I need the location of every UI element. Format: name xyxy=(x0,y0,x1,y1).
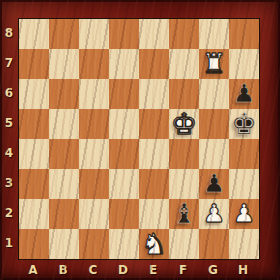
square-d4[interactable] xyxy=(109,139,139,169)
white-pawn-g2[interactable]: ♟ xyxy=(203,199,225,229)
square-a1[interactable] xyxy=(19,229,49,259)
black-pawn-g3[interactable]: ♟ xyxy=(203,169,225,199)
rank-label-6: 6 xyxy=(0,78,18,108)
rank-label-5: 5 xyxy=(0,108,18,138)
square-d5[interactable] xyxy=(109,109,139,139)
square-h6[interactable]: ♟ xyxy=(229,79,259,109)
square-h2[interactable]: ♟ xyxy=(229,199,259,229)
rank-label-1: 1 xyxy=(0,228,18,258)
chess-diagram: 87654321 ♜♟♚♚♟♝♟♟♞ ABCDEFGH xyxy=(0,0,280,280)
square-f2[interactable]: ♝ xyxy=(169,199,199,229)
square-b7[interactable] xyxy=(49,49,79,79)
file-label-d: D xyxy=(108,259,138,280)
square-h8[interactable] xyxy=(229,19,259,49)
square-a6[interactable] xyxy=(19,79,49,109)
square-g7[interactable]: ♜ xyxy=(199,49,229,79)
square-d8[interactable] xyxy=(109,19,139,49)
black-bishop-f2[interactable]: ♝ xyxy=(172,199,196,229)
square-h3[interactable] xyxy=(229,169,259,199)
square-g2[interactable]: ♟ xyxy=(199,199,229,229)
square-d1[interactable] xyxy=(109,229,139,259)
square-h4[interactable] xyxy=(229,139,259,169)
square-a4[interactable] xyxy=(19,139,49,169)
file-label-b: B xyxy=(48,259,78,280)
square-f5[interactable]: ♚ xyxy=(169,109,199,139)
square-a3[interactable] xyxy=(19,169,49,199)
square-e7[interactable] xyxy=(139,49,169,79)
file-label-h: H xyxy=(228,259,258,280)
white-pawn-h2[interactable]: ♟ xyxy=(233,199,255,229)
white-rook-g7[interactable]: ♜ xyxy=(202,49,226,79)
square-c4[interactable] xyxy=(79,139,109,169)
square-c8[interactable] xyxy=(79,19,109,49)
file-label-e: E xyxy=(138,259,168,280)
square-f6[interactable] xyxy=(169,79,199,109)
square-f3[interactable] xyxy=(169,169,199,199)
chess-board: ♜♟♚♚♟♝♟♟♞ xyxy=(18,18,260,260)
square-b8[interactable] xyxy=(49,19,79,49)
file-label-g: G xyxy=(198,259,228,280)
square-c7[interactable] xyxy=(79,49,109,79)
square-e6[interactable] xyxy=(139,79,169,109)
square-b3[interactable] xyxy=(49,169,79,199)
black-king-h5[interactable]: ♚ xyxy=(231,109,257,139)
white-knight-e1[interactable]: ♞ xyxy=(141,229,167,259)
square-c3[interactable] xyxy=(79,169,109,199)
square-d2[interactable] xyxy=(109,199,139,229)
square-c6[interactable] xyxy=(79,79,109,109)
white-king-f5[interactable]: ♚ xyxy=(171,109,197,139)
square-g5[interactable] xyxy=(199,109,229,139)
square-b5[interactable] xyxy=(49,109,79,139)
square-b1[interactable] xyxy=(49,229,79,259)
square-c1[interactable] xyxy=(79,229,109,259)
square-f8[interactable] xyxy=(169,19,199,49)
square-a7[interactable] xyxy=(19,49,49,79)
square-c2[interactable] xyxy=(79,199,109,229)
square-g8[interactable] xyxy=(199,19,229,49)
square-e3[interactable] xyxy=(139,169,169,199)
square-h5[interactable]: ♚ xyxy=(229,109,259,139)
file-labels: ABCDEFGH xyxy=(18,259,258,280)
square-e4[interactable] xyxy=(139,139,169,169)
square-a2[interactable] xyxy=(19,199,49,229)
black-pawn-h6[interactable]: ♟ xyxy=(233,79,255,109)
square-d6[interactable] xyxy=(109,79,139,109)
file-label-f: F xyxy=(168,259,198,280)
square-d7[interactable] xyxy=(109,49,139,79)
square-g4[interactable] xyxy=(199,139,229,169)
square-a8[interactable] xyxy=(19,19,49,49)
square-b6[interactable] xyxy=(49,79,79,109)
square-a5[interactable] xyxy=(19,109,49,139)
file-label-a: A xyxy=(18,259,48,280)
square-g6[interactable] xyxy=(199,79,229,109)
square-e8[interactable] xyxy=(139,19,169,49)
square-h7[interactable] xyxy=(229,49,259,79)
square-g1[interactable] xyxy=(199,229,229,259)
square-e2[interactable] xyxy=(139,199,169,229)
square-e1[interactable]: ♞ xyxy=(139,229,169,259)
square-f7[interactable] xyxy=(169,49,199,79)
square-f1[interactable] xyxy=(169,229,199,259)
rank-label-3: 3 xyxy=(0,168,18,198)
file-label-c: C xyxy=(78,259,108,280)
square-b2[interactable] xyxy=(49,199,79,229)
rank-label-8: 8 xyxy=(0,18,18,48)
square-d3[interactable] xyxy=(109,169,139,199)
square-f4[interactable] xyxy=(169,139,199,169)
square-e5[interactable] xyxy=(139,109,169,139)
square-c5[interactable] xyxy=(79,109,109,139)
rank-labels: 87654321 xyxy=(0,18,18,258)
square-b4[interactable] xyxy=(49,139,79,169)
rank-label-2: 2 xyxy=(0,198,18,228)
rank-label-4: 4 xyxy=(0,138,18,168)
square-h1[interactable] xyxy=(229,229,259,259)
square-g3[interactable]: ♟ xyxy=(199,169,229,199)
rank-label-7: 7 xyxy=(0,48,18,78)
